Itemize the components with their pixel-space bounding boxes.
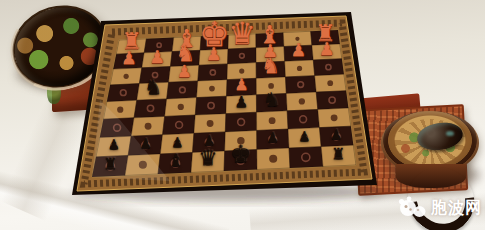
square-medallion — [301, 134, 308, 141]
square-medallion — [211, 55, 216, 60]
square-g7 — [284, 45, 313, 61]
square-medallion — [145, 123, 152, 130]
square-medallion — [207, 120, 214, 127]
square-medallion — [129, 44, 133, 48]
square-medallion — [268, 83, 274, 89]
square-h2 — [319, 126, 353, 146]
square-a5 — [107, 84, 140, 102]
square-f6 — [256, 61, 285, 78]
square-h8 — [311, 30, 340, 45]
square-medallion — [239, 69, 244, 74]
square-d8 — [200, 35, 228, 50]
square-h6 — [313, 59, 344, 76]
square-c1 — [158, 152, 192, 174]
square-medallion — [334, 152, 342, 160]
square-medallion — [204, 158, 212, 166]
square-medallion — [150, 88, 156, 94]
square-medallion — [238, 101, 244, 107]
square-medallion — [269, 117, 276, 124]
square-e7 — [228, 48, 257, 64]
pot-knob-glint — [446, 131, 454, 136]
square-medallion — [155, 57, 160, 62]
square-medallion — [327, 80, 333, 86]
watermark: 胞波网 — [397, 196, 482, 220]
square-f4 — [256, 93, 287, 112]
square-g3 — [287, 109, 319, 129]
square-medallion — [240, 39, 244, 43]
square-e3 — [225, 112, 256, 132]
square-medallion — [297, 66, 302, 71]
photo-scene: ♜♝♚♛♝♜♟♟♞♟♟♟♟♟♞♞♟♟♞♟♟♟♟♟♟♟♜♝♛♚♜ 胞波网 — [0, 0, 485, 230]
square-c5 — [167, 81, 198, 99]
square-e5 — [226, 78, 256, 96]
square-c7 — [170, 50, 200, 66]
square-e1 — [224, 150, 257, 171]
square-d6 — [198, 64, 228, 81]
square-medallion — [124, 74, 129, 79]
square-medallion — [268, 52, 273, 57]
square-g1 — [289, 147, 323, 168]
square-medallion — [181, 71, 186, 76]
square-medallion — [185, 42, 189, 46]
square-medallion — [178, 104, 184, 110]
square-d4 — [195, 96, 226, 115]
square-b8 — [144, 38, 174, 53]
square-medallion — [174, 140, 181, 147]
square-medallion — [299, 98, 305, 104]
square-medallion — [295, 37, 299, 41]
square-medallion — [269, 155, 277, 163]
paw-bubbles-logo-icon — [397, 196, 427, 220]
square-b4 — [134, 99, 167, 118]
square-f2 — [257, 129, 289, 150]
square-d2 — [192, 132, 225, 153]
square-medallion — [331, 114, 338, 121]
square-medallion — [237, 137, 244, 144]
watermark-text: 胞波网 — [431, 198, 482, 219]
square-a7 — [113, 53, 144, 69]
square-medallion — [324, 50, 329, 55]
square-b6 — [139, 67, 170, 84]
square-g5 — [285, 76, 316, 94]
square-c3 — [163, 115, 196, 135]
square-medallion — [209, 86, 215, 92]
square-f8 — [256, 33, 284, 48]
square-medallion — [117, 107, 123, 113]
square-h4 — [316, 91, 348, 110]
